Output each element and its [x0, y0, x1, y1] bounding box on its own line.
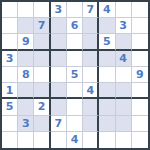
cell-r1c3[interactable]: [34, 2, 50, 18]
cell-r3c2[interactable]: 9: [18, 34, 34, 50]
cell-r9c3[interactable]: [34, 132, 50, 148]
cell-r2c2[interactable]: [18, 18, 34, 34]
given-digit: 4: [119, 53, 127, 64]
cell-r7c4[interactable]: [51, 99, 67, 115]
cell-r7c5[interactable]: [67, 99, 83, 115]
given-digit: 4: [103, 4, 111, 15]
cell-r8c7[interactable]: [99, 116, 115, 132]
cell-r8c3[interactable]: [34, 116, 50, 132]
cell-r1c7[interactable]: 4: [99, 2, 115, 18]
given-digit: 2: [38, 101, 46, 112]
cell-r8c2[interactable]: 3: [18, 116, 34, 132]
cell-r8c9[interactable]: [132, 116, 148, 132]
cell-r9c5[interactable]: 4: [67, 132, 83, 148]
given-digit: 5: [103, 36, 111, 47]
given-digit: 3: [54, 4, 62, 15]
cell-r1c8[interactable]: [116, 2, 132, 18]
cell-r2c7[interactable]: [99, 18, 115, 34]
given-digit: 6: [71, 20, 79, 31]
cell-r6c1[interactable]: 1: [2, 83, 18, 99]
cell-r4c7[interactable]: [99, 51, 115, 67]
cell-r9c6[interactable]: [83, 132, 99, 148]
cell-r4c1[interactable]: 3: [2, 51, 18, 67]
cell-r6c2[interactable]: [18, 83, 34, 99]
cell-r6c3[interactable]: [34, 83, 50, 99]
cell-r4c4[interactable]: [51, 51, 67, 67]
cell-r3c1[interactable]: [2, 34, 18, 50]
cell-r6c5[interactable]: [67, 83, 83, 99]
cell-r6c6[interactable]: 4: [83, 83, 99, 99]
cell-r7c9[interactable]: [132, 99, 148, 115]
cell-r5c9[interactable]: 9: [132, 67, 148, 83]
given-digit: 5: [6, 101, 14, 112]
cell-r3c3[interactable]: [34, 34, 50, 50]
cell-r3c5[interactable]: [67, 34, 83, 50]
cell-r1c5[interactable]: [67, 2, 83, 18]
cell-r7c6[interactable]: [83, 99, 99, 115]
given-digit: 5: [71, 69, 79, 80]
cell-r4c2[interactable]: [18, 51, 34, 67]
given-digit: 4: [86, 85, 94, 96]
cell-r5c4[interactable]: [51, 67, 67, 83]
cell-r4c9[interactable]: [132, 51, 148, 67]
cell-r9c4[interactable]: [51, 132, 67, 148]
cell-r7c3[interactable]: 2: [34, 99, 50, 115]
given-digit: 3: [119, 20, 127, 31]
cell-r5c5[interactable]: 5: [67, 67, 83, 83]
cell-r1c1[interactable]: [2, 2, 18, 18]
cell-r1c2[interactable]: [18, 2, 34, 18]
given-digit: 4: [71, 134, 79, 145]
cell-r9c9[interactable]: [132, 132, 148, 148]
cell-r1c4[interactable]: 3: [51, 2, 67, 18]
cell-r7c8[interactable]: [116, 99, 132, 115]
given-digit: 9: [136, 69, 144, 80]
cell-r5c7[interactable]: [99, 67, 115, 83]
cell-r2c6[interactable]: [83, 18, 99, 34]
cell-r4c6[interactable]: [83, 51, 99, 67]
cell-r9c8[interactable]: [116, 132, 132, 148]
given-digit: 1: [6, 85, 14, 96]
cell-r2c8[interactable]: 3: [116, 18, 132, 34]
cell-r8c6[interactable]: [83, 116, 99, 132]
cell-r5c3[interactable]: [34, 67, 50, 83]
cell-r5c1[interactable]: [2, 67, 18, 83]
cell-r2c3[interactable]: 7: [34, 18, 50, 34]
cell-r6c8[interactable]: [116, 83, 132, 99]
cell-r3c6[interactable]: [83, 34, 99, 50]
given-digit: 7: [54, 118, 62, 129]
cell-r5c6[interactable]: [83, 67, 99, 83]
cell-r5c2[interactable]: 8: [18, 67, 34, 83]
given-digit: 7: [38, 20, 46, 31]
cell-r7c2[interactable]: [18, 99, 34, 115]
cell-r1c6[interactable]: 7: [83, 2, 99, 18]
cell-r2c1[interactable]: [2, 18, 18, 34]
cell-r1c9[interactable]: [132, 2, 148, 18]
cell-r2c5[interactable]: 6: [67, 18, 83, 34]
cell-r2c9[interactable]: [132, 18, 148, 34]
cell-r6c7[interactable]: [99, 83, 115, 99]
cell-r2c4[interactable]: [51, 18, 67, 34]
given-digit: 3: [6, 53, 14, 64]
cell-r3c9[interactable]: [132, 34, 148, 50]
cell-r5c8[interactable]: [116, 67, 132, 83]
given-digit: 8: [22, 69, 30, 80]
given-digit: 9: [22, 36, 30, 47]
cell-r9c1[interactable]: [2, 132, 18, 148]
cell-r3c7[interactable]: 5: [99, 34, 115, 50]
cell-r4c3[interactable]: [34, 51, 50, 67]
cell-r6c9[interactable]: [132, 83, 148, 99]
cell-r7c1[interactable]: 5: [2, 99, 18, 115]
given-digit: 7: [86, 4, 94, 15]
cell-r8c1[interactable]: [2, 116, 18, 132]
cell-r8c4[interactable]: 7: [51, 116, 67, 132]
cell-r3c8[interactable]: [116, 34, 132, 50]
cell-r8c5[interactable]: [67, 116, 83, 132]
cell-r8c8[interactable]: [116, 116, 132, 132]
sudoku-board: 37476395348591452374: [0, 0, 150, 150]
cell-r6c4[interactable]: [51, 83, 67, 99]
cell-r4c8[interactable]: 4: [116, 51, 132, 67]
cell-r9c7[interactable]: [99, 132, 115, 148]
cell-r4c5[interactable]: [67, 51, 83, 67]
cell-r3c4[interactable]: [51, 34, 67, 50]
cell-r9c2[interactable]: [18, 132, 34, 148]
cell-r7c7[interactable]: [99, 99, 115, 115]
given-digit: 3: [22, 118, 30, 129]
